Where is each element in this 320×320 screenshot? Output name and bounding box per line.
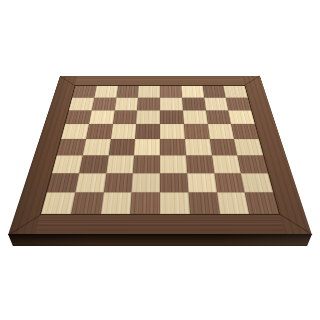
square-r4c7: [207, 124, 234, 139]
square-r1c7: [202, 86, 226, 98]
square-r1c2: [94, 86, 118, 98]
square-r3c5: [160, 110, 184, 124]
square-r8c1: [41, 193, 75, 214]
square-r1c3: [116, 86, 139, 98]
square-r8c6: [188, 193, 219, 214]
playing-field: [40, 85, 280, 215]
product-photo: [0, 0, 320, 320]
square-r8c7: [217, 193, 250, 214]
square-r4c4: [135, 124, 160, 139]
square-r5c1: [57, 139, 86, 155]
square-r7c2: [75, 173, 106, 193]
square-r8c4: [130, 193, 160, 214]
square-r3c7: [206, 110, 232, 124]
square-r8c8: [245, 193, 279, 214]
square-r6c8: [237, 155, 268, 173]
square-r1c5: [160, 86, 182, 98]
square-r8c3: [101, 193, 132, 214]
chessboard: [8, 76, 312, 235]
square-r5c3: [108, 139, 135, 155]
square-r2c8: [226, 97, 251, 110]
square-r5c7: [209, 139, 237, 155]
square-r4c1: [61, 124, 89, 139]
square-r6c7: [212, 155, 241, 173]
square-r6c6: [186, 155, 214, 173]
square-r7c8: [241, 173, 273, 193]
board-edge: [8, 234, 312, 246]
square-r5c5: [160, 139, 186, 155]
square-r1c8: [223, 86, 247, 98]
square-r3c6: [183, 110, 208, 124]
square-r4c8: [231, 124, 259, 139]
square-r2c3: [114, 97, 138, 110]
square-r6c4: [133, 155, 160, 173]
square-r4c6: [184, 124, 210, 139]
square-r8c2: [71, 193, 104, 214]
square-r8c5: [160, 193, 190, 214]
square-r7c1: [47, 173, 79, 193]
square-r2c1: [69, 97, 94, 110]
square-r6c2: [79, 155, 108, 173]
square-r4c2: [86, 124, 113, 139]
square-r3c2: [89, 110, 115, 124]
square-r4c3: [111, 124, 137, 139]
square-r2c6: [182, 97, 206, 110]
square-r6c3: [106, 155, 134, 173]
square-r7c3: [103, 173, 133, 193]
square-r3c4: [136, 110, 160, 124]
square-r5c2: [83, 139, 111, 155]
square-r6c5: [160, 155, 187, 173]
square-r1c4: [138, 86, 160, 98]
square-r7c7: [214, 173, 245, 193]
square-r4c5: [160, 124, 185, 139]
square-r3c3: [113, 110, 138, 124]
square-r5c4: [134, 139, 160, 155]
square-r2c4: [137, 97, 160, 110]
square-r2c2: [92, 97, 117, 110]
square-r3c8: [228, 110, 254, 124]
square-r3c1: [65, 110, 91, 124]
square-r1c1: [72, 86, 96, 98]
square-r2c7: [204, 97, 229, 110]
square-r7c6: [187, 173, 217, 193]
square-r7c5: [160, 173, 188, 193]
square-r1c6: [181, 86, 204, 98]
square-r2c5: [160, 97, 183, 110]
square-r5c6: [185, 139, 212, 155]
square-r5c8: [234, 139, 263, 155]
square-r6c1: [52, 155, 83, 173]
square-r7c4: [132, 173, 160, 193]
